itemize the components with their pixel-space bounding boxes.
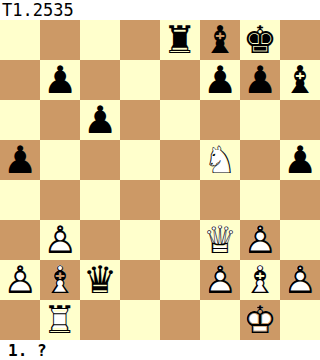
- square-f6[interactable]: [200, 100, 240, 140]
- black-king-icon: ♚: [240, 20, 280, 60]
- square-g8[interactable]: ♚: [240, 20, 280, 60]
- black-pawn-icon: ♟: [0, 140, 40, 180]
- square-g7[interactable]: ♟: [240, 60, 280, 100]
- square-e1[interactable]: [160, 300, 200, 340]
- black-pawn-icon: ♟: [80, 100, 120, 140]
- square-e6[interactable]: [160, 100, 200, 140]
- square-a7[interactable]: [0, 60, 40, 100]
- square-f8[interactable]: ♝: [200, 20, 240, 60]
- square-b3[interactable]: ♟♙: [40, 220, 80, 260]
- square-e5[interactable]: [160, 140, 200, 180]
- square-d4[interactable]: [120, 180, 160, 220]
- square-f4[interactable]: [200, 180, 240, 220]
- puzzle-id: T1.2535: [0, 0, 320, 20]
- square-d2[interactable]: [120, 260, 160, 300]
- square-a5[interactable]: ♟: [0, 140, 40, 180]
- white-pawn-icon: ♟♙: [0, 260, 40, 300]
- chess-board: ♜♝♚♟♟♟♝♟♟♞♘♟♟♙♛♕♟♙♟♙♝♗♛♟♙♝♗♟♙♜♖♚♔: [0, 20, 320, 340]
- square-g4[interactable]: [240, 180, 280, 220]
- square-c2[interactable]: ♛: [80, 260, 120, 300]
- white-bishop-icon: ♝♗: [40, 260, 80, 300]
- black-rook-icon: ♜: [160, 20, 200, 60]
- square-d5[interactable]: [120, 140, 160, 180]
- square-f5[interactable]: ♞♘: [200, 140, 240, 180]
- white-pawn-icon: ♟♙: [200, 260, 240, 300]
- black-pawn-icon: ♟: [200, 60, 240, 100]
- square-e2[interactable]: [160, 260, 200, 300]
- square-a8[interactable]: [0, 20, 40, 60]
- square-c7[interactable]: [80, 60, 120, 100]
- square-g1[interactable]: ♚♔: [240, 300, 280, 340]
- square-a6[interactable]: [0, 100, 40, 140]
- square-e3[interactable]: [160, 220, 200, 260]
- square-a4[interactable]: [0, 180, 40, 220]
- square-h2[interactable]: ♟♙: [280, 260, 320, 300]
- square-d3[interactable]: [120, 220, 160, 260]
- square-e4[interactable]: [160, 180, 200, 220]
- square-a2[interactable]: ♟♙: [0, 260, 40, 300]
- black-pawn-icon: ♟: [240, 60, 280, 100]
- white-bishop-icon: ♝♗: [240, 260, 280, 300]
- square-d7[interactable]: [120, 60, 160, 100]
- black-pawn-icon: ♟: [40, 60, 80, 100]
- square-g3[interactable]: ♟♙: [240, 220, 280, 260]
- square-h1[interactable]: [280, 300, 320, 340]
- square-h8[interactable]: [280, 20, 320, 60]
- square-c4[interactable]: [80, 180, 120, 220]
- square-f2[interactable]: ♟♙: [200, 260, 240, 300]
- square-g6[interactable]: [240, 100, 280, 140]
- square-h7[interactable]: ♝: [280, 60, 320, 100]
- black-bishop-icon: ♝: [280, 60, 320, 100]
- square-d8[interactable]: [120, 20, 160, 60]
- square-b1[interactable]: ♜♖: [40, 300, 80, 340]
- white-king-icon: ♚♔: [240, 300, 280, 340]
- white-pawn-icon: ♟♙: [280, 260, 320, 300]
- move-prompt: 1. ?: [0, 340, 320, 360]
- white-knight-icon: ♞♘: [200, 140, 240, 180]
- square-b2[interactable]: ♝♗: [40, 260, 80, 300]
- square-c6[interactable]: ♟: [80, 100, 120, 140]
- square-b8[interactable]: [40, 20, 80, 60]
- square-c1[interactable]: [80, 300, 120, 340]
- square-a1[interactable]: [0, 300, 40, 340]
- black-pawn-icon: ♟: [280, 140, 320, 180]
- square-b5[interactable]: [40, 140, 80, 180]
- white-pawn-icon: ♟♙: [240, 220, 280, 260]
- square-h3[interactable]: [280, 220, 320, 260]
- black-queen-icon: ♛: [80, 260, 120, 300]
- square-b6[interactable]: [40, 100, 80, 140]
- square-f3[interactable]: ♛♕: [200, 220, 240, 260]
- square-c3[interactable]: [80, 220, 120, 260]
- square-d6[interactable]: [120, 100, 160, 140]
- square-e8[interactable]: ♜: [160, 20, 200, 60]
- square-b7[interactable]: ♟: [40, 60, 80, 100]
- square-a3[interactable]: [0, 220, 40, 260]
- square-h5[interactable]: ♟: [280, 140, 320, 180]
- black-bishop-icon: ♝: [200, 20, 240, 60]
- square-c5[interactable]: [80, 140, 120, 180]
- square-h4[interactable]: [280, 180, 320, 220]
- white-pawn-icon: ♟♙: [40, 220, 80, 260]
- square-c8[interactable]: [80, 20, 120, 60]
- square-h6[interactable]: [280, 100, 320, 140]
- square-f1[interactable]: [200, 300, 240, 340]
- square-d1[interactable]: [120, 300, 160, 340]
- white-queen-icon: ♛♕: [200, 220, 240, 260]
- white-rook-icon: ♜♖: [40, 300, 80, 340]
- square-b4[interactable]: [40, 180, 80, 220]
- square-e7[interactable]: [160, 60, 200, 100]
- square-g2[interactable]: ♝♗: [240, 260, 280, 300]
- square-g5[interactable]: [240, 140, 280, 180]
- square-f7[interactable]: ♟: [200, 60, 240, 100]
